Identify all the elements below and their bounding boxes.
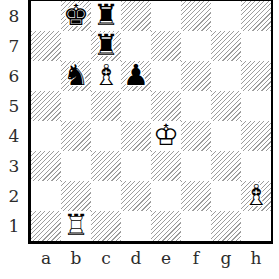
file-label-b: b [61,246,91,270]
square-f6 [181,61,211,91]
rank-label-7: 7 [0,31,28,61]
square-d6: ♟♟ [121,61,151,91]
black-pawn-icon: ♟ [121,59,151,91]
white-bishop-icon: ♗ [241,179,271,211]
square-e6 [151,61,181,91]
square-a8 [31,1,61,31]
piece-black-knight-b6: ♞♞ [61,61,91,91]
square-e3 [151,151,181,181]
square-a1 [31,211,61,241]
square-h3 [241,151,271,181]
square-b6: ♞♞ [61,61,91,91]
square-e7 [151,31,181,61]
square-c8: ♜♜ [91,1,121,31]
square-c5 [91,91,121,121]
square-e1 [151,211,181,241]
square-d4 [121,121,151,151]
square-a4 [31,121,61,151]
square-f5 [181,91,211,121]
chess-diagram: 87654321 ♚♚♜♜♜♜♞♞♝♗♟♟♚♔♝♗♜♖ abcdefgh [0,0,279,279]
rank-label-2: 2 [0,181,28,211]
piece-white-bishop-h2: ♝♗ [241,181,271,211]
rank-label-3: 3 [0,151,28,181]
piece-black-rook-c7: ♜♜ [91,31,121,61]
square-f8 [181,1,211,31]
square-g7 [211,31,241,61]
square-b1: ♜♖ [61,211,91,241]
square-a6 [31,61,61,91]
square-e4: ♚♔ [151,121,181,151]
black-king-icon: ♚ [61,0,91,31]
square-g2 [211,181,241,211]
black-rook-icon: ♜ [91,0,121,31]
file-label-h: h [241,246,271,270]
square-h6 [241,61,271,91]
square-h1 [241,211,271,241]
file-label-f: f [181,246,211,270]
square-c6: ♝♗ [91,61,121,91]
square-d5 [121,91,151,121]
square-h2: ♝♗ [241,181,271,211]
white-bishop-icon: ♗ [91,59,121,91]
square-g4 [211,121,241,151]
square-h4 [241,121,271,151]
square-c4 [91,121,121,151]
white-rook-icon: ♖ [61,209,91,241]
square-e2 [151,181,181,211]
square-b2 [61,181,91,211]
rank-label-6: 6 [0,61,28,91]
file-label-a: a [31,246,61,270]
square-d2 [121,181,151,211]
square-e8 [151,1,181,31]
piece-black-king-b8: ♚♚ [61,1,91,31]
square-f7 [181,31,211,61]
square-a5 [31,91,61,121]
square-g5 [211,91,241,121]
file-label-g: g [211,246,241,270]
square-a7 [31,31,61,61]
square-d3 [121,151,151,181]
square-b3 [61,151,91,181]
piece-white-bishop-c6: ♝♗ [91,61,121,91]
square-d7 [121,31,151,61]
file-label-d: d [121,246,151,270]
square-g1 [211,211,241,241]
square-h8 [241,1,271,31]
square-f4 [181,121,211,151]
square-c1 [91,211,121,241]
board-grid: ♚♚♜♜♜♜♞♞♝♗♟♟♚♔♝♗♜♖ [31,1,271,241]
square-d1 [121,211,151,241]
square-c7: ♜♜ [91,31,121,61]
black-rook-icon: ♜ [91,29,121,61]
rank-label-4: 4 [0,121,28,151]
rank-label-8: 8 [0,1,28,31]
white-king-icon: ♔ [151,119,181,151]
square-a3 [31,151,61,181]
square-f1 [181,211,211,241]
square-c2 [91,181,121,211]
square-b8: ♚♚ [61,1,91,31]
square-f2 [181,181,211,211]
square-e5 [151,91,181,121]
square-a2 [31,181,61,211]
file-label-c: c [91,246,121,270]
black-knight-icon: ♞ [61,59,91,91]
square-h5 [241,91,271,121]
square-b7 [61,31,91,61]
square-f3 [181,151,211,181]
rank-label-1: 1 [0,211,28,241]
file-labels: abcdefgh [31,246,271,270]
square-g6 [211,61,241,91]
rank-labels: 87654321 [0,1,28,241]
square-c3 [91,151,121,181]
square-d8 [121,1,151,31]
piece-white-rook-b1: ♜♖ [61,211,91,241]
square-g3 [211,151,241,181]
piece-white-king-e4: ♚♔ [151,121,181,151]
square-h7 [241,31,271,61]
rank-label-5: 5 [0,91,28,121]
piece-black-pawn-d6: ♟♟ [121,61,151,91]
square-b5 [61,91,91,121]
square-b4 [61,121,91,151]
piece-black-rook-c8: ♜♜ [91,1,121,31]
board-frame: ♚♚♜♜♜♜♞♞♝♗♟♟♚♔♝♗♜♖ [28,0,273,244]
square-g8 [211,1,241,31]
file-label-e: e [151,246,181,270]
